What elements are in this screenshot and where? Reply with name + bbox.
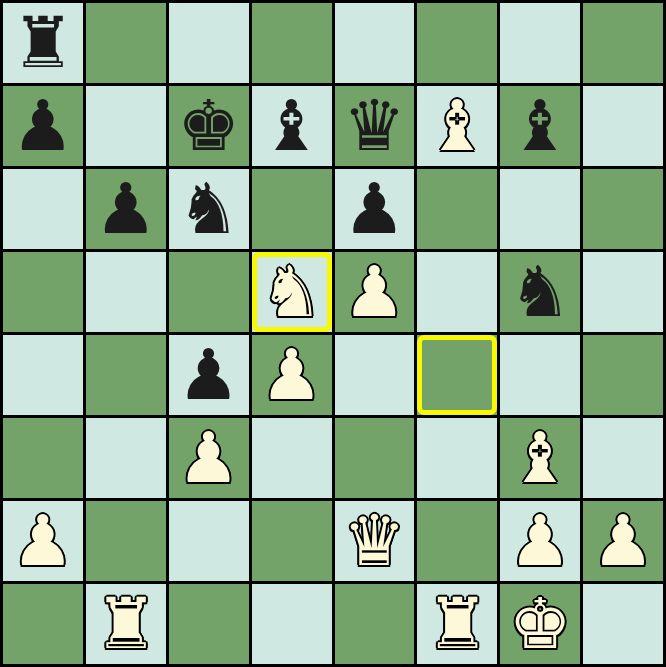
white-rook[interactable]: ♜ [94,589,157,659]
square-c3[interactable]: ♟ [169,418,249,498]
black-bishop[interactable]: ♝ [509,91,572,161]
black-pawn[interactable]: ♟ [12,91,75,161]
square-a6[interactable] [3,169,83,249]
white-pawn[interactable]: ♟ [177,423,240,493]
square-e6[interactable]: ♟ [335,169,415,249]
square-a5[interactable] [3,252,83,332]
square-g5[interactable]: ♞ [500,252,580,332]
square-b2[interactable] [86,501,166,581]
chess-board: ♜♟♚♝♛♝♝♟♞♟♞♟♞♟♟♟♝♟♛♟♟♜♜♚ [0,0,666,667]
square-c2[interactable] [169,501,249,581]
white-knight[interactable]: ♞ [260,257,323,327]
square-f3[interactable] [417,418,497,498]
square-f8[interactable] [417,3,497,83]
white-pawn[interactable]: ♟ [509,506,572,576]
square-a4[interactable] [3,335,83,415]
square-d1[interactable] [252,584,332,664]
black-pawn[interactable]: ♟ [94,174,157,244]
black-queen[interactable]: ♛ [343,91,406,161]
square-a7[interactable]: ♟ [3,86,83,166]
square-h1[interactable] [583,584,663,664]
square-b8[interactable] [86,3,166,83]
square-f7[interactable]: ♝ [417,86,497,166]
square-b6[interactable]: ♟ [86,169,166,249]
white-pawn[interactable]: ♟ [260,340,323,410]
black-knight[interactable]: ♞ [177,174,240,244]
square-d5[interactable]: ♞ [252,252,332,332]
square-e5[interactable]: ♟ [335,252,415,332]
square-h4[interactable] [583,335,663,415]
square-g1[interactable]: ♚ [500,584,580,664]
square-g4[interactable] [500,335,580,415]
square-h5[interactable] [583,252,663,332]
white-king[interactable]: ♚ [509,589,572,659]
square-c5[interactable] [169,252,249,332]
square-h8[interactable] [583,3,663,83]
square-f6[interactable] [417,169,497,249]
square-f5[interactable] [417,252,497,332]
square-e3[interactable] [335,418,415,498]
square-g3[interactable]: ♝ [500,418,580,498]
square-c1[interactable] [169,584,249,664]
square-d8[interactable] [252,3,332,83]
square-b5[interactable] [86,252,166,332]
square-e1[interactable] [335,584,415,664]
square-f1[interactable]: ♜ [417,584,497,664]
square-c4[interactable]: ♟ [169,335,249,415]
last-move-highlight-f4 [417,335,497,415]
square-c7[interactable]: ♚ [169,86,249,166]
square-d3[interactable] [252,418,332,498]
square-b4[interactable] [86,335,166,415]
square-b3[interactable] [86,418,166,498]
square-b7[interactable] [86,86,166,166]
black-pawn[interactable]: ♟ [343,174,406,244]
black-rook[interactable]: ♜ [12,8,75,78]
square-d4[interactable]: ♟ [252,335,332,415]
square-a8[interactable]: ♜ [3,3,83,83]
white-bishop[interactable]: ♝ [426,91,489,161]
square-d6[interactable] [252,169,332,249]
white-bishop[interactable]: ♝ [509,423,572,493]
square-h6[interactable] [583,169,663,249]
square-g2[interactable]: ♟ [500,501,580,581]
square-e2[interactable]: ♛ [335,501,415,581]
square-d7[interactable]: ♝ [252,86,332,166]
square-d2[interactable] [252,501,332,581]
square-a3[interactable] [3,418,83,498]
square-g6[interactable] [500,169,580,249]
square-a1[interactable] [3,584,83,664]
square-e7[interactable]: ♛ [335,86,415,166]
square-h3[interactable] [583,418,663,498]
black-knight[interactable]: ♞ [509,257,572,327]
white-pawn[interactable]: ♟ [12,506,75,576]
square-c6[interactable]: ♞ [169,169,249,249]
square-e8[interactable] [335,3,415,83]
black-king[interactable]: ♚ [177,91,240,161]
square-b1[interactable]: ♜ [86,584,166,664]
square-g7[interactable]: ♝ [500,86,580,166]
white-pawn[interactable]: ♟ [592,506,655,576]
square-e4[interactable] [335,335,415,415]
white-pawn[interactable]: ♟ [343,257,406,327]
white-rook[interactable]: ♜ [426,589,489,659]
square-f2[interactable] [417,501,497,581]
square-f4[interactable] [417,335,497,415]
square-c8[interactable] [169,3,249,83]
black-bishop[interactable]: ♝ [260,91,323,161]
black-pawn[interactable]: ♟ [177,340,240,410]
square-h2[interactable]: ♟ [583,501,663,581]
white-queen[interactable]: ♛ [343,506,406,576]
square-g8[interactable] [500,3,580,83]
square-a2[interactable]: ♟ [3,501,83,581]
square-h7[interactable] [583,86,663,166]
